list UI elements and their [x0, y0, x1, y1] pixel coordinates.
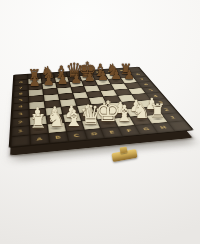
coord-label-b-front: B	[49, 132, 68, 143]
coord-label-c-front: C	[67, 130, 86, 141]
coord-label-a-front: A	[30, 134, 48, 145]
frame-corner	[11, 135, 29, 146]
coord-label-d-front: D	[85, 129, 105, 139]
product-photo: ABCDEFGH8877665544332211ABCDEFGH ♜♞♝♛♚♝♞…	[0, 0, 200, 244]
brass-clasp-pin	[120, 147, 128, 154]
